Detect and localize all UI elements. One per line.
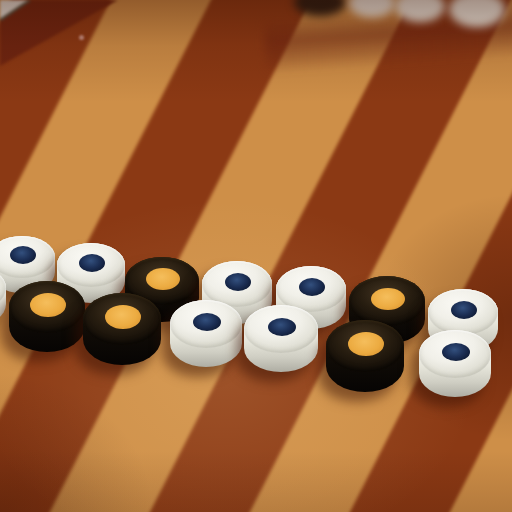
checker-white[interactable]: ⛀ [170,300,242,367]
checker-center [30,293,66,317]
checker-black[interactable]: ⛂ [9,281,85,352]
checker-center [299,278,325,296]
checker-white[interactable]: ⛀ [0,266,6,326]
checker-white[interactable]: ⛀ [244,305,318,372]
checker-center [442,343,470,361]
checker-center [225,273,251,291]
checker-center [105,305,141,329]
checkers-layer: ⛀⛀⛀⛂⛀⛀⛂⛂⛀⛂⛀⛀⛂⛀ [0,0,512,512]
checker-center [79,254,105,272]
checker-center [371,288,405,310]
checker-white[interactable]: ⛀ [419,330,491,397]
checker-center [268,318,296,336]
checker-center [451,301,477,319]
photo-frame: ⛀⛀⛀⛂⛀⛀⛂⛂⛀⛂⛀⛀⛂⛀ [0,0,512,512]
checker-black[interactable]: ⛂ [326,320,404,392]
checker-black[interactable]: ⛂ [83,293,161,365]
checker-center [348,332,384,356]
checker-center [146,268,180,290]
checker-center [10,246,36,264]
checker-center [193,313,221,331]
